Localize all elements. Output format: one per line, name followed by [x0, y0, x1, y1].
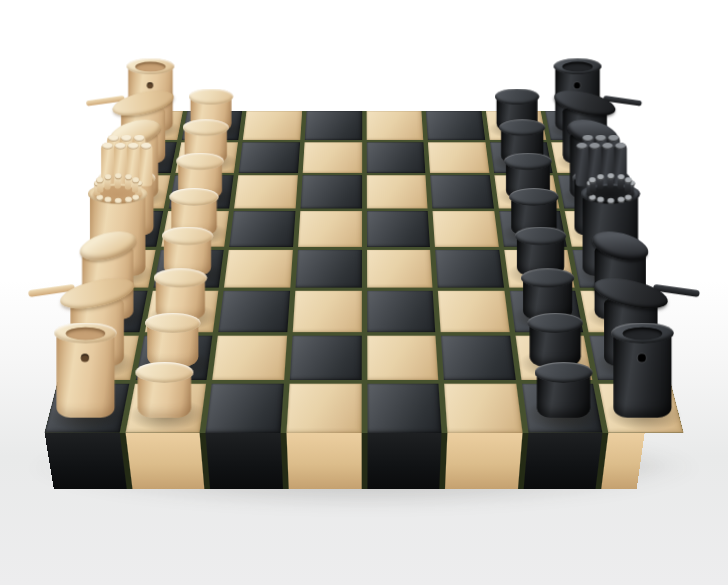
square-c3[interactable] [219, 291, 290, 332]
king-rod-top [108, 135, 119, 142]
king-rod-top [589, 143, 600, 150]
piece-black-pawn-c7[interactable] [523, 268, 572, 319]
square-d6[interactable] [435, 249, 504, 287]
square-a1[interactable] [45, 384, 129, 433]
rook-side-hole [147, 82, 153, 88]
board-front-edge [45, 433, 684, 489]
square-h5[interactable] [366, 111, 423, 140]
cube-front-face-a8 [602, 433, 684, 489]
king-rod-top [608, 135, 619, 142]
square-b5[interactable] [367, 335, 439, 380]
board-grid [45, 111, 684, 433]
pawn-top [509, 188, 558, 206]
square-e5[interactable] [366, 211, 430, 246]
king-rod-top [583, 135, 594, 142]
square-g5[interactable] [366, 142, 425, 173]
square-f3[interactable] [234, 175, 297, 208]
king-bundle-rod [139, 143, 152, 186]
queen-crown-rod-top [104, 174, 111, 180]
square-e6[interactable] [433, 211, 499, 246]
piece-black-pawn-b7[interactable] [529, 313, 580, 366]
piece-white-pawn-b2[interactable] [148, 313, 199, 366]
rook-top-recess [135, 62, 165, 72]
rook-top-recess [66, 327, 105, 340]
piece-black-rook-a8[interactable] [614, 322, 672, 417]
piece-white-pawn-a2[interactable] [138, 362, 191, 418]
cube-front-face-a5 [367, 433, 442, 489]
pawn-top [527, 313, 583, 333]
queen-crown-rod-top [114, 173, 121, 179]
square-a5[interactable] [367, 384, 442, 433]
pawn-top [189, 88, 233, 104]
pawn-top [534, 362, 592, 383]
pawn-top [514, 227, 565, 245]
square-f4[interactable] [300, 175, 361, 208]
king-rod-top [595, 135, 606, 142]
piece-black-pawn-a7[interactable] [536, 362, 589, 418]
square-b6[interactable] [441, 335, 516, 380]
square-a8[interactable] [599, 384, 683, 433]
square-h4[interactable] [305, 111, 362, 140]
pawn-top [504, 153, 552, 170]
square-d3[interactable] [224, 249, 293, 287]
cube-front-face-a1 [45, 433, 127, 489]
queen-crown-rod-top [132, 194, 139, 200]
square-f5[interactable] [366, 175, 427, 208]
scene [0, 0, 728, 585]
square-a4[interactable] [286, 384, 361, 433]
square-h6[interactable] [426, 111, 485, 140]
pawn-top [177, 153, 225, 170]
square-a2[interactable] [125, 384, 206, 433]
queen-crown-rod-top [124, 197, 131, 203]
piece-white-pawn-c2[interactable] [156, 268, 205, 319]
square-c4[interactable] [293, 291, 362, 332]
square-e4[interactable] [298, 211, 362, 246]
king-rod-top [101, 143, 112, 150]
square-d4[interactable] [295, 249, 361, 287]
square-g3[interactable] [239, 142, 300, 173]
queen-crown-rod-top [114, 198, 121, 204]
pawn-top [154, 268, 207, 287]
queen-crown-rod-top [132, 177, 139, 183]
pawn-top [520, 268, 573, 287]
king-rod-top [127, 143, 138, 150]
square-c6[interactable] [438, 291, 509, 332]
square-e3[interactable] [229, 211, 295, 246]
chess-board [45, 111, 684, 433]
king-rod-top [121, 135, 132, 142]
cube-front-face-a7 [523, 433, 602, 489]
photo-stage [0, 0, 728, 585]
square-g4[interactable] [303, 142, 362, 173]
king-bundle-rod [575, 143, 588, 186]
queen-crown-rod-top [104, 197, 111, 203]
square-b4[interactable] [290, 335, 362, 380]
king-rod-top [602, 143, 613, 150]
pawn-top [494, 88, 538, 104]
square-g6[interactable] [428, 142, 489, 173]
rook-top-recess [623, 327, 662, 340]
king-rod-top [134, 135, 145, 142]
rook-body [56, 333, 114, 418]
square-a7[interactable] [522, 384, 603, 433]
rook-side-hole [81, 354, 89, 362]
square-d5[interactable] [367, 249, 433, 287]
king-rod-top [140, 143, 151, 150]
queen-crown-rod-top [96, 177, 103, 183]
pawn-top [499, 119, 545, 136]
square-b3[interactable] [212, 335, 287, 380]
pawn-top [136, 362, 194, 383]
square-a6[interactable] [444, 384, 522, 433]
cube-front-face-a4 [286, 433, 361, 489]
queen-crown-rod-top [124, 174, 131, 180]
king-rod-top [615, 143, 626, 150]
square-c5[interactable] [367, 291, 436, 332]
cube-front-face-a3 [206, 433, 283, 489]
cube-front-face-a6 [445, 433, 522, 489]
rook-side-hole [574, 82, 580, 88]
rook-top-recess [563, 62, 593, 72]
king-rod-top [114, 143, 125, 150]
square-f6[interactable] [430, 175, 493, 208]
square-h3[interactable] [243, 111, 302, 140]
cube-front-face-a2 [125, 433, 204, 489]
square-a3[interactable] [206, 384, 284, 433]
rook-body [614, 333, 672, 418]
king-rod-top [576, 143, 587, 150]
piece-white-rook-a1[interactable] [56, 322, 114, 417]
